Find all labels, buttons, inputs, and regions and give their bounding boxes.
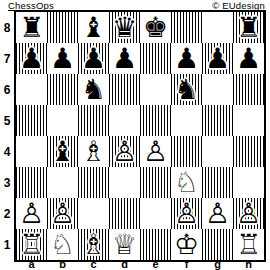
piece-white-pawn[interactable]: ♙: [50, 198, 75, 229]
square-f2[interactable]: ♙: [171, 198, 202, 229]
square-f8[interactable]: [171, 12, 202, 43]
square-d8[interactable]: ♛: [109, 12, 140, 43]
square-d6[interactable]: [109, 74, 140, 105]
square-g8[interactable]: [202, 12, 233, 43]
rank-label-4: 4: [0, 136, 14, 167]
chessops-window: ChessOps © EUdesign 87654321 ♜♝♛♚♜♟♟♟♟♟♟…: [0, 0, 270, 270]
chess-board: ♜♝♛♚♜♟♟♟♟♟♟♟♞♞♝♗♙♙♘♙♙♙♙♙♖♘♗♕♔♖: [14, 10, 266, 262]
square-c2[interactable]: [78, 198, 109, 229]
piece-black-pawn[interactable]: ♟: [205, 43, 230, 74]
file-label-h: h: [233, 259, 264, 270]
piece-black-rook[interactable]: ♜: [236, 12, 261, 43]
square-h5[interactable]: [233, 105, 264, 136]
file-label-f: f: [171, 259, 202, 270]
piece-black-queen[interactable]: ♛: [112, 12, 137, 43]
square-c4[interactable]: ♗: [78, 136, 109, 167]
square-b8[interactable]: [47, 12, 78, 43]
square-f3[interactable]: ♘: [171, 167, 202, 198]
square-d4[interactable]: ♙: [109, 136, 140, 167]
square-h2[interactable]: ♙: [233, 198, 264, 229]
square-e8[interactable]: ♚: [140, 12, 171, 43]
piece-white-knight[interactable]: ♘: [174, 167, 199, 198]
piece-white-pawn[interactable]: ♙: [205, 198, 230, 229]
piece-white-rook[interactable]: ♖: [236, 229, 261, 260]
rank-label-5: 5: [0, 105, 14, 136]
square-a6[interactable]: [16, 74, 47, 105]
piece-black-pawn[interactable]: ♟: [236, 43, 261, 74]
square-g6[interactable]: [202, 74, 233, 105]
file-label-c: c: [78, 259, 109, 270]
square-b4[interactable]: ♝: [47, 136, 78, 167]
square-c3[interactable]: [78, 167, 109, 198]
file-label-e: e: [140, 259, 171, 270]
square-g5[interactable]: [202, 105, 233, 136]
square-d5[interactable]: [109, 105, 140, 136]
file-labels: abcdefgh: [16, 259, 264, 270]
piece-black-bishop[interactable]: ♝: [81, 12, 106, 43]
square-f6[interactable]: ♞: [171, 74, 202, 105]
piece-black-king[interactable]: ♚: [143, 12, 168, 43]
piece-white-king[interactable]: ♔: [174, 229, 199, 260]
square-g2[interactable]: ♙: [202, 198, 233, 229]
square-a3[interactable]: [16, 167, 47, 198]
piece-white-knight[interactable]: ♘: [50, 229, 75, 260]
piece-white-queen[interactable]: ♕: [112, 229, 137, 260]
square-c1[interactable]: ♗: [78, 229, 109, 260]
square-h6[interactable]: [233, 74, 264, 105]
square-c7[interactable]: ♟: [78, 43, 109, 74]
square-e5[interactable]: [140, 105, 171, 136]
piece-black-knight[interactable]: ♞: [174, 74, 199, 105]
square-f7[interactable]: ♟: [171, 43, 202, 74]
square-e7[interactable]: [140, 43, 171, 74]
square-h1[interactable]: ♖: [233, 229, 264, 260]
square-c5[interactable]: [78, 105, 109, 136]
square-c8[interactable]: ♝: [78, 12, 109, 43]
square-g3[interactable]: [202, 167, 233, 198]
piece-black-pawn[interactable]: ♟: [81, 43, 106, 74]
square-d1[interactable]: ♕: [109, 229, 140, 260]
file-label-b: b: [47, 259, 78, 270]
square-f1[interactable]: ♔: [171, 229, 202, 260]
piece-white-rook[interactable]: ♖: [19, 229, 44, 260]
square-g7[interactable]: ♟: [202, 43, 233, 74]
rank-label-3: 3: [0, 167, 14, 198]
square-g4[interactable]: [202, 136, 233, 167]
piece-white-pawn[interactable]: ♙: [174, 198, 199, 229]
rank-label-6: 6: [0, 74, 14, 105]
square-d7[interactable]: ♟: [109, 43, 140, 74]
square-c6[interactable]: ♞: [78, 74, 109, 105]
square-a1[interactable]: ♖: [16, 229, 47, 260]
square-h4[interactable]: [233, 136, 264, 167]
piece-black-rook[interactable]: ♜: [19, 12, 44, 43]
rank-label-1: 1: [0, 229, 14, 260]
square-a2[interactable]: ♙: [16, 198, 47, 229]
square-h8[interactable]: ♜: [233, 12, 264, 43]
square-e4[interactable]: ♙: [140, 136, 171, 167]
square-b3[interactable]: [47, 167, 78, 198]
square-b7[interactable]: ♟: [47, 43, 78, 74]
square-e6[interactable]: [140, 74, 171, 105]
piece-black-pawn[interactable]: ♟: [19, 43, 44, 74]
file-label-g: g: [202, 259, 233, 270]
square-a8[interactable]: ♜: [16, 12, 47, 43]
piece-white-bishop[interactable]: ♗: [81, 136, 106, 167]
square-b6[interactable]: [47, 74, 78, 105]
piece-white-pawn[interactable]: ♙: [112, 136, 137, 167]
square-d2[interactable]: [109, 198, 140, 229]
rank-label-7: 7: [0, 43, 14, 74]
square-d3[interactable]: [109, 167, 140, 198]
square-f4[interactable]: [171, 136, 202, 167]
square-b2[interactable]: ♙: [47, 198, 78, 229]
rank-label-8: 8: [0, 12, 14, 43]
piece-black-pawn[interactable]: ♟: [174, 43, 199, 74]
rank-label-2: 2: [0, 198, 14, 229]
file-label-d: d: [109, 259, 140, 270]
piece-white-pawn[interactable]: ♙: [236, 198, 261, 229]
rank-labels: 87654321: [0, 12, 14, 260]
piece-white-pawn[interactable]: ♙: [19, 198, 44, 229]
piece-black-bishop[interactable]: ♝: [50, 136, 75, 167]
piece-white-pawn[interactable]: ♙: [143, 136, 168, 167]
square-a5[interactable]: [16, 105, 47, 136]
square-e3[interactable]: [140, 167, 171, 198]
square-b5[interactable]: [47, 105, 78, 136]
file-label-a: a: [16, 259, 47, 270]
square-h7[interactable]: ♟: [233, 43, 264, 74]
piece-black-pawn[interactable]: ♟: [50, 43, 75, 74]
square-e2[interactable]: [140, 198, 171, 229]
square-b1[interactable]: ♘: [47, 229, 78, 260]
square-e1[interactable]: [140, 229, 171, 260]
square-g1[interactable]: [202, 229, 233, 260]
square-a4[interactable]: [16, 136, 47, 167]
piece-black-knight[interactable]: ♞: [81, 74, 106, 105]
square-a7[interactable]: ♟: [16, 43, 47, 74]
piece-white-bishop[interactable]: ♗: [81, 229, 106, 260]
square-h3[interactable]: [233, 167, 264, 198]
piece-black-pawn[interactable]: ♟: [112, 43, 137, 74]
square-f5[interactable]: [171, 105, 202, 136]
